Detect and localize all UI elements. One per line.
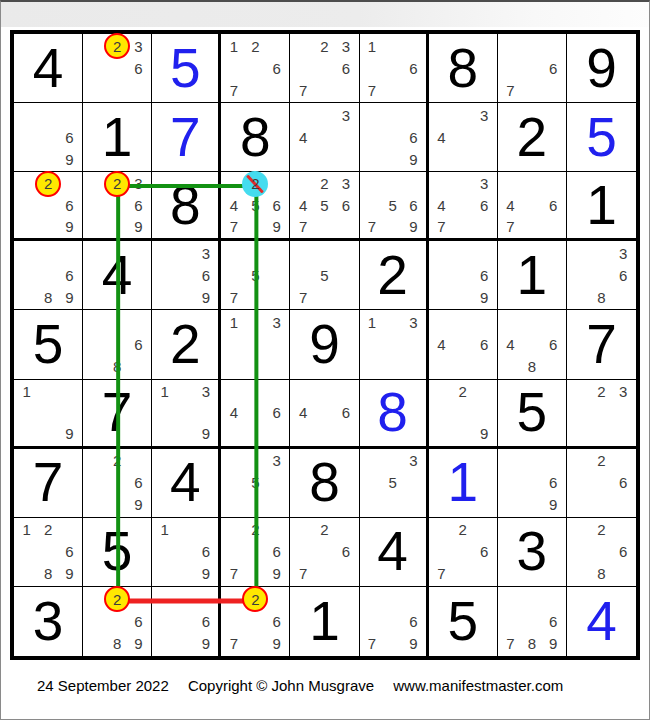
pencil-slot-5 [521,333,542,355]
cell-r2c9[interactable]: 5 [567,103,636,172]
pencil-slot-7: 7 [223,216,244,237]
cell-r1c5[interactable]: 2367 [290,34,359,103]
pencil-slot-2 [382,104,403,126]
pencil-marks: 69 [14,103,82,171]
cell-r2c2[interactable]: 1 [83,103,152,172]
pencil-slot-9: 9 [403,148,424,170]
cell-r1c7[interactable]: 8 [429,34,498,103]
cell-r8c4[interactable]: 2679 [221,518,290,587]
cell-r6c6[interactable]: 8 [360,380,429,449]
pencil-slot-1 [569,242,591,264]
candidate-digit: 3 [409,315,417,330]
given-digit: 1 [83,103,151,171]
pencil-slot-5: 5 [245,472,266,494]
pencil-slot-2: 2 [245,173,266,194]
pencil-slot-7 [569,494,591,516]
given-digit: 4 [14,34,82,102]
pencil-slot-9 [543,79,564,101]
candidate-digit: 6 [65,198,73,213]
pencil-slot-3 [196,588,217,610]
pencil-slot-2 [314,104,335,126]
cell-r9c9[interactable]: 4 [567,587,636,656]
pencil-marks: 369 [152,241,218,309]
pencil-slot-1: 1 [16,519,37,541]
cell-r1c8[interactable]: 67 [498,34,567,103]
candidate-digit: 7 [368,83,376,98]
pencil-slot-9 [403,494,424,516]
cell-r5c2[interactable]: 68 [83,310,152,379]
pencil-slot-8 [37,423,58,444]
pencil-slot-8 [382,494,403,516]
pencil-slot-4 [431,264,452,286]
candidate-digit: 2 [251,176,259,191]
cell-r2c3[interactable]: 7 [152,103,221,172]
pencil-marks: 689 [14,241,82,309]
solved-digit: 5 [567,103,636,171]
candidate-digit: 9 [409,636,417,651]
cell-r5c1[interactable]: 5 [14,310,83,379]
cell-r6c8[interactable]: 5 [498,380,567,449]
solved-digit: 8 [360,380,426,446]
pencil-slot-4 [292,57,313,79]
solved-digit: 4 [567,587,636,656]
candidate-digit: 2 [251,39,259,54]
candidate-digit: 2 [597,384,605,399]
cell-r4c9[interactable]: 368 [567,241,636,310]
cell-r8c2[interactable]: 5 [83,518,152,587]
pencil-slot-5 [106,195,127,216]
given-digit: 8 [221,103,289,171]
candidate-digit: 6 [273,614,281,629]
pencil-slot-6: 6 [266,610,287,632]
cell-r9c2[interactable]: 2689 [83,587,152,656]
candidate-digit: 4 [437,337,445,352]
candidate-digit: 7 [299,83,307,98]
cell-r1c3[interactable]: 5 [152,34,221,103]
cell-r7c3[interactable]: 4 [152,449,221,518]
cell-r4c5[interactable]: 57 [290,241,359,310]
candidate-digit: 7 [506,83,514,98]
pencil-slot-8 [175,286,196,308]
cell-r5c8[interactable]: 468 [498,310,567,379]
pencil-slot-4 [85,472,106,494]
pencil-slot-3 [403,588,424,610]
pencil-slot-2: 2 [106,35,127,57]
pencil-marks: 57 [221,241,289,309]
pencil-slot-3 [612,450,634,472]
pencil-slot-9 [543,356,564,378]
cell-r4c6[interactable]: 2 [360,241,429,310]
pencil-slot-3: 3 [196,242,217,264]
pencil-slot-2 [245,242,266,264]
cell-r7c1[interactable]: 7 [14,449,83,518]
pencil-marks: 679 [360,587,426,656]
cell-r7c9[interactable]: 26 [567,449,636,518]
cell-r9c3[interactable]: 69 [152,587,221,656]
cell-r2c5[interactable]: 34 [290,103,359,172]
pencil-slot-2: 2 [245,35,266,57]
cell-r1c4[interactable]: 1267 [221,34,290,103]
cell-r9c7[interactable]: 5 [429,587,498,656]
cell-r7c6[interactable]: 35 [360,449,429,518]
pencil-slot-4 [500,57,521,79]
pencil-slot-5 [591,472,613,494]
cell-r8c1[interactable]: 12689 [14,518,83,587]
pencil-slot-4 [154,610,175,632]
candidate-digit: 8 [597,290,605,305]
cell-r8c8[interactable]: 3 [498,518,567,587]
cell-r5c5[interactable]: 9 [290,310,359,379]
pencil-slot-4 [569,541,591,563]
candidate-digit: 9 [273,566,281,581]
pencil-slot-3 [543,35,564,57]
given-digit: 7 [14,449,82,517]
given-digit: 3 [14,587,82,656]
pencil-slot-5 [314,402,335,423]
pencil-slot-8 [106,494,127,516]
pencil-slot-3 [59,173,80,194]
pencil-slot-9: 9 [473,286,494,308]
pencil-slot-2 [382,450,403,472]
pencil-slot-8 [245,356,266,378]
pencil-slot-6 [266,264,287,286]
pencil-marks: 69 [429,241,497,309]
pencil-slot-7 [154,286,175,308]
candidate-digit: 7 [230,636,238,651]
candidate-digit: 5 [388,475,396,490]
cell-r8c5[interactable]: 267 [290,518,359,587]
pencil-slot-5 [452,264,473,286]
pencil-slot-3 [266,173,287,194]
pencil-slot-7 [85,216,106,237]
candidate-digit: 5 [320,198,328,213]
pencil-slot-7 [362,356,383,378]
pencil-slot-5 [245,541,266,563]
pencil-slot-4: 4 [500,333,521,355]
pencil-slot-9: 9 [128,216,149,237]
cell-r9c6[interactable]: 679 [360,587,429,656]
pencil-slot-5 [591,541,613,563]
pencil-slot-4 [85,610,106,632]
candidate-digit: 9 [65,566,73,581]
cell-r7c5[interactable]: 8 [290,449,359,518]
cell-r5c6[interactable]: 13 [360,310,429,379]
pencil-slot-1: 1 [16,381,37,402]
cell-r2c4[interactable]: 8 [221,103,290,172]
candidate-digit: 9 [65,426,73,441]
cell-r8c7[interactable]: 267 [429,518,498,587]
pencil-slot-3 [59,242,80,264]
pencil-slot-9 [335,423,356,444]
cell-r5c9[interactable]: 7 [567,310,636,379]
cell-r4c8[interactable]: 1 [498,241,567,310]
pencil-marks: 46 [290,380,358,446]
cell-r1c1[interactable]: 4 [14,34,83,103]
cell-r9c4[interactable]: 2679 [221,587,290,656]
cell-r3c4[interactable]: 245679 [221,172,290,241]
candidate-digit: 6 [342,544,350,559]
pencil-marks: 269 [14,172,82,238]
pencil-slot-5 [452,195,473,216]
pencil-slot-1 [431,311,452,333]
cell-r4c1[interactable]: 689 [14,241,83,310]
pencil-slot-2 [37,104,58,126]
cell-r1c6[interactable]: 167 [360,34,429,103]
candidate-digit: 9 [273,219,281,234]
candidate-digit: 9 [480,290,488,305]
candidate-digit: 2 [320,176,328,191]
pencil-slot-2 [382,173,403,194]
candidate-digit: 9 [65,152,73,167]
pencil-marks: 23 [567,380,636,446]
pencil-slot-2: 2 [314,173,335,194]
pencil-marks: 3467 [429,172,497,238]
pencil-slot-1 [154,588,175,610]
pencil-slot-5 [521,610,542,632]
cell-r6c4[interactable]: 46 [221,380,290,449]
candidate-digit: 9 [273,636,281,651]
pencil-slot-1 [431,104,452,126]
pencil-slot-7 [362,148,383,170]
cell-r8c3[interactable]: 169 [152,518,221,587]
pencil-slot-5 [37,541,58,563]
cell-r2c1[interactable]: 69 [14,103,83,172]
candidate-digit: 6 [202,544,210,559]
pencil-slot-4 [16,195,37,216]
cell-r7c4[interactable]: 35 [221,449,290,518]
pencil-slot-7: 7 [223,79,244,101]
pencil-slot-2 [106,311,127,333]
pencil-marks: 34 [429,103,497,171]
pencil-marks: 139 [152,380,218,446]
candidate-digit: 6 [273,544,281,559]
pencil-slot-9: 9 [59,216,80,237]
given-digit: 7 [567,310,636,378]
cell-r5c7[interactable]: 46 [429,310,498,379]
pencil-marks: 26 [567,449,636,517]
pencil-slot-6: 6 [403,195,424,216]
cell-r5c4[interactable]: 13 [221,310,290,379]
pencil-slot-5 [175,264,196,286]
pencil-slot-4 [223,333,244,355]
pencil-marks: 2679 [221,587,289,656]
pencil-slot-2: 2 [37,519,58,541]
candidate-digit: 3 [202,246,210,261]
cell-r4c2[interactable]: 4 [83,241,152,310]
pencil-slot-6: 6 [59,541,80,563]
candidate-digit: 8 [528,636,536,651]
cell-r2c8[interactable]: 2 [498,103,567,172]
pencil-slot-6 [403,333,424,355]
pencil-slot-5 [175,541,196,563]
pencil-slot-2: 2 [245,519,266,541]
given-digit: 2 [498,103,566,171]
pencil-slot-7 [223,494,244,516]
candidate-digit: 6 [619,475,627,490]
cell-r8c6[interactable]: 4 [360,518,429,587]
pencil-slot-8 [521,79,542,101]
pencil-slot-3 [543,588,564,610]
pencil-slot-4 [223,472,244,494]
cell-r5c3[interactable]: 2 [152,310,221,379]
cell-r6c5[interactable]: 46 [290,380,359,449]
pencil-slot-9 [403,79,424,101]
pencil-slot-2: 2 [591,519,613,541]
pencil-slot-5 [175,402,196,423]
cell-r9c5[interactable]: 1 [290,587,359,656]
pencil-slot-3 [543,173,564,194]
pencil-slot-7 [292,148,313,170]
cell-r4c7[interactable]: 69 [429,241,498,310]
cell-r6c7[interactable]: 29 [429,380,498,449]
candidate-digit: 9 [409,219,417,234]
candidate-digit: 3 [134,176,142,191]
pencil-slot-4 [16,402,37,423]
candidate-digit: 9 [202,290,210,305]
pencil-slot-4 [85,333,106,355]
pencil-marks: 46 [221,380,289,446]
cell-r6c2[interactable]: 7 [83,380,152,449]
pencil-slot-9: 9 [128,494,149,516]
cell-r4c3[interactable]: 369 [152,241,221,310]
pencil-marks: 12689 [14,518,82,586]
pencil-slot-7 [431,423,452,444]
pencil-slot-5 [452,333,473,355]
pencil-slot-3 [335,242,356,264]
pencil-slot-5 [382,610,403,632]
candidate-digit: 7 [437,219,445,234]
candidate-digit: 9 [65,219,73,234]
cell-r3c9[interactable]: 1 [567,172,636,241]
pencil-slot-4 [569,402,591,423]
footer: 24 September 2022 Copyright © John Musgr… [37,677,578,694]
cell-r3c7[interactable]: 3467 [429,172,498,241]
candidate-digit: 3 [202,384,210,399]
cell-r6c3[interactable]: 139 [152,380,221,449]
cell-r4c4[interactable]: 57 [221,241,290,310]
pencil-slot-7: 7 [292,216,313,237]
pencil-marks: 368 [567,241,636,309]
pencil-slot-2 [521,450,542,472]
pencil-marks: 57 [290,241,358,309]
cell-r3c6[interactable]: 5679 [360,172,429,241]
candidate-digit: 1 [160,384,168,399]
cell-r2c7[interactable]: 34 [429,103,498,172]
pencil-slot-8 [452,216,473,237]
pencil-slot-5 [175,610,196,632]
pencil-slot-9: 9 [403,216,424,237]
pencil-slot-9: 9 [196,423,217,444]
pencil-slot-8 [245,79,266,101]
pencil-slot-6: 6 [403,126,424,148]
pencil-slot-1 [431,381,452,402]
cell-r7c2[interactable]: 269 [83,449,152,518]
candidate-digit: 6 [202,268,210,283]
pencil-slot-4 [362,333,383,355]
pencil-slot-9: 9 [266,216,287,237]
candidate-digit: 5 [251,475,259,490]
pencil-slot-9: 9 [403,633,424,655]
pencil-slot-6: 6 [59,264,80,286]
pencil-slot-7: 7 [362,633,383,655]
candidate-digit: 6 [549,614,557,629]
cell-r9c8[interactable]: 6789 [498,587,567,656]
candidate-digit: 7 [230,566,238,581]
pencil-slot-8 [175,563,196,585]
pencil-slot-3 [473,311,494,333]
pencil-slot-5: 5 [314,195,335,216]
pencil-slot-6: 6 [612,264,634,286]
pencil-slot-8 [314,423,335,444]
candidate-digit: 3 [409,453,417,468]
cell-r8c9[interactable]: 268 [567,518,636,587]
pencil-slot-3: 3 [473,173,494,194]
pencil-slot-8 [591,494,613,516]
cell-r7c8[interactable]: 69 [498,449,567,518]
candidate-digit: 1 [230,315,238,330]
pencil-slot-6: 6 [128,333,149,355]
cell-r7c7[interactable]: 1 [429,449,498,518]
candidate-digit: 6 [409,614,417,629]
pencil-slot-2 [521,35,542,57]
pencil-slot-2 [175,242,196,264]
cell-r6c1[interactable]: 19 [14,380,83,449]
cell-r3c5[interactable]: 234567 [290,172,359,241]
pencil-slot-8 [452,148,473,170]
candidate-digit: 2 [44,176,52,191]
cell-r1c9[interactable]: 9 [567,34,636,103]
solved-digit: 5 [152,34,218,102]
pencil-marks: 35 [221,449,289,517]
pencil-slot-1 [500,450,521,472]
cell-r3c2[interactable]: 2369 [83,172,152,241]
pencil-slot-7 [500,356,521,378]
cell-r3c8[interactable]: 467 [498,172,567,241]
pencil-slot-6: 6 [196,541,217,563]
pencil-slot-3: 3 [335,173,356,194]
candidate-digit: 2 [251,522,259,537]
pencil-slot-8 [314,286,335,308]
pencil-slot-7: 7 [292,563,313,585]
pencil-slot-1 [223,381,244,402]
pencil-slot-7 [500,494,521,516]
candidate-digit: 6 [65,544,73,559]
cell-r9c1[interactable]: 3 [14,587,83,656]
candidate-digit: 9 [480,426,488,441]
candidate-digit: 3 [342,39,350,54]
pencil-marks: 1267 [221,34,289,102]
pencil-slot-8 [37,216,58,237]
pencil-slot-2 [521,311,542,333]
pencil-slot-2: 2 [245,588,266,610]
pencil-marks: 2689 [83,587,151,656]
cell-r1c2[interactable]: 236 [83,34,152,103]
candidate-digit: 2 [113,592,121,607]
pencil-slot-1: 1 [223,311,244,333]
cell-r3c1[interactable]: 269 [14,172,83,241]
cell-r3c3[interactable]: 8 [152,172,221,241]
candidate-digit: 9 [549,497,557,512]
pencil-slot-6 [335,126,356,148]
cell-r6c9[interactable]: 23 [567,380,636,449]
pencil-marks: 5679 [360,172,426,238]
pencil-slot-4 [223,541,244,563]
candidate-digit: 6 [134,475,142,490]
pencil-slot-3: 3 [128,173,149,194]
cell-r2c6[interactable]: 69 [360,103,429,172]
sudoku-board: 4236512672367167867969178346934252692369… [10,30,640,660]
pencil-slot-3 [473,242,494,264]
